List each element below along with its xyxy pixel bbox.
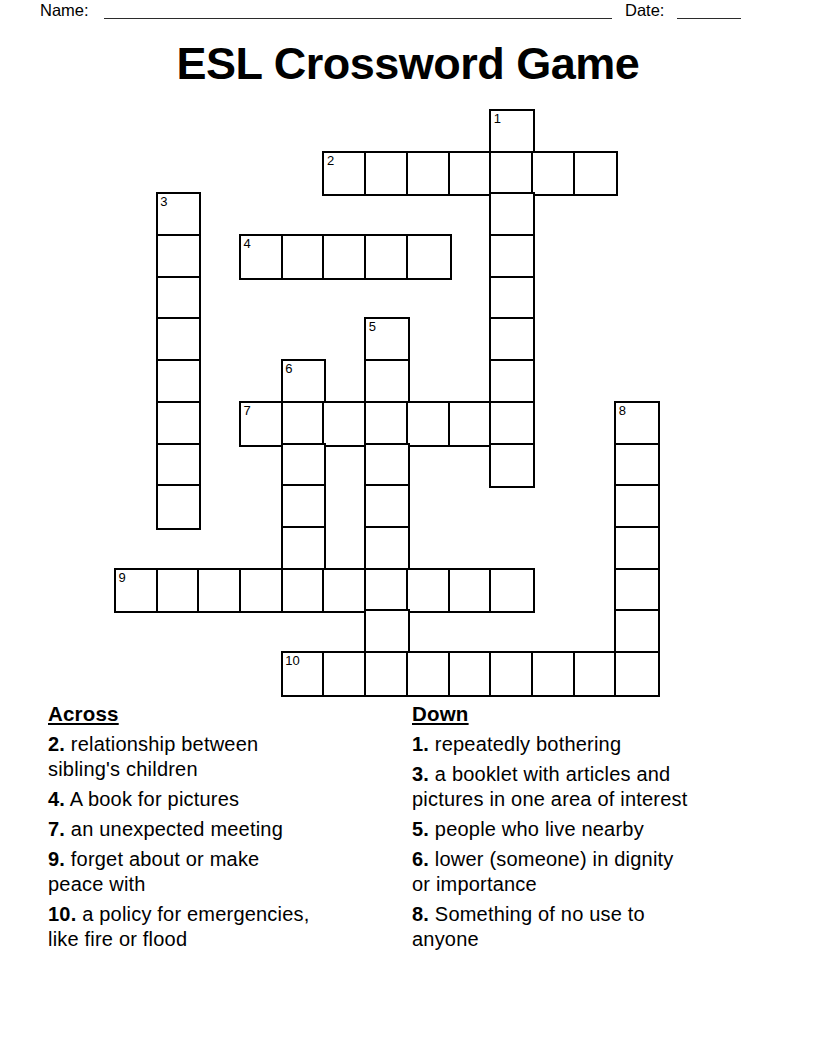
grid-cell[interactable]: 3: [158, 194, 200, 236]
clue-item: 5. people who live nearby: [412, 817, 812, 842]
clue-number: 7.: [48, 818, 65, 840]
clue-item: 6. lower (someone) in dignity or importa…: [412, 847, 812, 897]
cell-number-label: 4: [244, 236, 251, 251]
grid-cell[interactable]: [450, 653, 492, 695]
grid-cell[interactable]: 1: [491, 111, 533, 153]
grid-cell[interactable]: 8: [616, 403, 658, 445]
grid-cell[interactable]: [491, 236, 533, 278]
grid-cell[interactable]: [616, 653, 658, 695]
clue-number: 3.: [412, 763, 429, 785]
grid-cell[interactable]: [616, 611, 658, 653]
grid-cell[interactable]: [283, 528, 325, 570]
name-label: Name:: [40, 0, 89, 20]
crossword-board: 12345678910: [116, 111, 658, 695]
name-input-line[interactable]: [104, 16, 612, 19]
grid-cell[interactable]: [616, 445, 658, 487]
grid-cell[interactable]: [366, 528, 408, 570]
cell-number-label: 8: [619, 403, 626, 418]
grid-cell[interactable]: [491, 570, 533, 612]
grid-cell[interactable]: [324, 236, 366, 278]
clue-item: 7. an unexpected meeting: [48, 817, 408, 842]
clue-text: relationship between sibling's children: [48, 733, 258, 780]
grid-cell[interactable]: [450, 403, 492, 445]
clue-item: 8. Something of no use to anyone: [412, 902, 812, 952]
grid-cell[interactable]: [241, 570, 283, 612]
down-heading: Down: [412, 701, 812, 727]
clue-text: repeatedly bothering: [429, 733, 621, 755]
clue-number: 10.: [48, 903, 76, 925]
grid-cell[interactable]: [283, 403, 325, 445]
grid-cell[interactable]: [533, 653, 575, 695]
clue-text: forget about or make peace with: [48, 848, 259, 895]
clue-item: 1. repeatedly bothering: [412, 732, 812, 757]
clue-number: 6.: [412, 848, 429, 870]
grid-cell[interactable]: [366, 361, 408, 403]
grid-cell[interactable]: [408, 403, 450, 445]
grid-cell[interactable]: 5: [366, 319, 408, 361]
clue-item: 2. relationship between sibling's childr…: [48, 732, 408, 782]
cell-number-label: 6: [285, 361, 292, 376]
grid-cell[interactable]: [616, 528, 658, 570]
grid-cell[interactable]: [575, 653, 617, 695]
grid-cell[interactable]: [491, 445, 533, 487]
clue-number: 9.: [48, 848, 65, 870]
clue-text: A book for pictures: [65, 788, 239, 810]
date-input-line[interactable]: [677, 16, 741, 19]
down-clue-list: 1. repeatedly bothering3. a booklet with…: [412, 732, 812, 952]
cell-number-label: 2: [327, 153, 334, 168]
date-label: Date:: [625, 0, 664, 20]
cell-number-label: 7: [244, 403, 251, 418]
across-clue-list: 2. relationship between sibling's childr…: [48, 732, 408, 952]
clue-number: 8.: [412, 903, 429, 925]
grid-cell[interactable]: [158, 445, 200, 487]
down-clues: Down 1. repeatedly bothering3. a booklet…: [412, 701, 812, 957]
grid-cell[interactable]: [366, 611, 408, 653]
grid-cell[interactable]: [283, 486, 325, 528]
clue-item: 10. a policy for emergencies, like fire …: [48, 902, 408, 952]
grid-cell[interactable]: 9: [116, 570, 158, 612]
grid-cell[interactable]: [366, 403, 408, 445]
grid-cell[interactable]: [408, 570, 450, 612]
grid-cell[interactable]: 6: [283, 361, 325, 403]
grid-cell[interactable]: [324, 570, 366, 612]
grid-cell[interactable]: [366, 486, 408, 528]
grid-cell[interactable]: [158, 361, 200, 403]
clue-number: 2.: [48, 733, 65, 755]
grid-cell[interactable]: [408, 653, 450, 695]
clue-number: 5.: [412, 818, 429, 840]
cell-number-label: 10: [285, 653, 299, 668]
cell-number-label: 3: [160, 194, 167, 209]
grid-cell[interactable]: [491, 319, 533, 361]
grid-cell[interactable]: [158, 403, 200, 445]
across-heading: Across: [48, 701, 408, 727]
grid-cell[interactable]: [366, 570, 408, 612]
clue-text: a booklet with articles and pictures in …: [412, 763, 687, 810]
grid-cell[interactable]: [158, 319, 200, 361]
clue-item: 4. A book for pictures: [48, 787, 408, 812]
grid-cell[interactable]: 4: [241, 236, 283, 278]
grid-cell[interactable]: [450, 570, 492, 612]
grid-cell[interactable]: [283, 570, 325, 612]
grid-cell[interactable]: [324, 403, 366, 445]
grid-cell[interactable]: [366, 653, 408, 695]
grid-cell[interactable]: [158, 278, 200, 320]
grid-cell[interactable]: 2: [324, 153, 366, 195]
grid-cell[interactable]: [491, 653, 533, 695]
clue-text: people who live nearby: [429, 818, 644, 840]
grid-cell[interactable]: [491, 194, 533, 236]
grid-cell[interactable]: [408, 153, 450, 195]
grid-cell[interactable]: [158, 486, 200, 528]
grid-cell[interactable]: [575, 153, 617, 195]
grid-cell[interactable]: [283, 445, 325, 487]
clue-item: 3. a booklet with articles and pictures …: [412, 762, 812, 812]
grid-cell[interactable]: [158, 570, 200, 612]
grid-cell[interactable]: [366, 445, 408, 487]
across-clues: Across 2. relationship between sibling's…: [48, 701, 408, 957]
clue-text: Something of no use to anyone: [412, 903, 645, 950]
page-title: ESL Crossword Game: [0, 37, 816, 91]
grid-cell[interactable]: [616, 486, 658, 528]
grid-cell[interactable]: [533, 153, 575, 195]
grid-cell[interactable]: [366, 153, 408, 195]
grid-cell[interactable]: [450, 153, 492, 195]
grid-cell[interactable]: [324, 653, 366, 695]
grid-cell[interactable]: [491, 361, 533, 403]
clue-number: 1.: [412, 733, 429, 755]
grid-cell[interactable]: [408, 236, 450, 278]
clue-text: a policy for emergencies, like fire or f…: [48, 903, 310, 950]
grid-cell[interactable]: 7: [241, 403, 283, 445]
grid-cell[interactable]: [158, 236, 200, 278]
clue-text: lower (someone) in dignity or importance: [412, 848, 674, 895]
grid-cell[interactable]: [199, 570, 241, 612]
grid-cell[interactable]: [491, 278, 533, 320]
grid-cell[interactable]: [283, 236, 325, 278]
clue-text: an unexpected meeting: [65, 818, 283, 840]
grid-cell[interactable]: [616, 570, 658, 612]
grid-cell[interactable]: 10: [283, 653, 325, 695]
cell-number-label: 1: [494, 111, 501, 126]
cell-number-label: 9: [119, 570, 126, 585]
clue-number: 4.: [48, 788, 65, 810]
cell-number-label: 5: [369, 319, 376, 334]
grid-cell[interactable]: [491, 403, 533, 445]
grid-cell[interactable]: [491, 153, 533, 195]
clue-item: 9. forget about or make peace with: [48, 847, 408, 897]
grid-cell[interactable]: [366, 236, 408, 278]
worksheet-page: { "game": "crossword", "title": "ESL Cro…: [0, 0, 816, 1056]
